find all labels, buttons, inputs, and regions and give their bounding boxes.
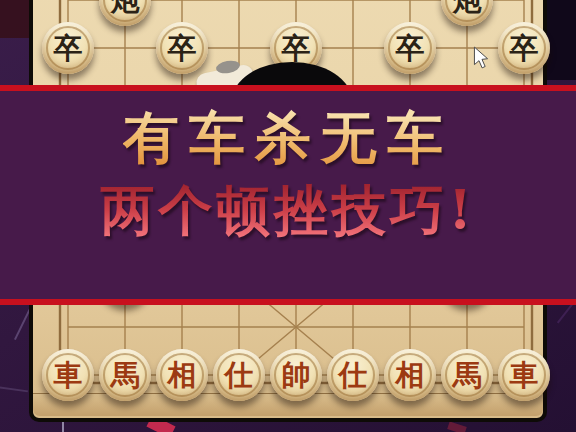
piece-glyph: 炮 [99, 0, 151, 26]
piece-glyph: 卒 [156, 22, 208, 74]
piece-black-cannon[interactable]: 炮 [441, 0, 493, 26]
piece-glyph: 卒 [42, 22, 94, 74]
piece-glyph: 車 [42, 349, 94, 401]
piece-glyph: 帥 [270, 349, 322, 401]
piece-glyph: 車 [498, 349, 550, 401]
piece-black-cannon[interactable]: 炮 [99, 0, 151, 26]
piece-black-soldier[interactable]: 卒 [498, 22, 550, 74]
app-screen: 車馬象士將士象馬車炮炮卒卒卒卒卒兵兵兵兵兵炮炮車馬相仕帥仕相馬車 有车杀无车 两… [0, 0, 576, 432]
piece-glyph: 仕 [213, 349, 265, 401]
piece-black-soldier[interactable]: 卒 [42, 22, 94, 74]
piece-glyph: 卒 [384, 22, 436, 74]
mouse-cursor-icon [471, 46, 491, 69]
piece-red-elephant[interactable]: 相 [384, 349, 436, 401]
piece-red-chariot[interactable]: 車 [498, 349, 550, 401]
banner-title-line2: 两个顿挫技巧! [100, 178, 476, 242]
piece-black-soldier[interactable]: 卒 [270, 22, 322, 74]
piece-red-general[interactable]: 帥 [270, 349, 322, 401]
piece-glyph: 卒 [270, 22, 322, 74]
piece-glyph: 炮 [441, 0, 493, 26]
piece-black-soldier[interactable]: 卒 [384, 22, 436, 74]
piece-glyph: 仕 [327, 349, 379, 401]
piece-glyph: 相 [384, 349, 436, 401]
piece-glyph: 相 [156, 349, 208, 401]
banner-title-line1: 有车杀无车 [123, 104, 453, 170]
piece-black-soldier[interactable]: 卒 [156, 22, 208, 74]
title-banner: 有车杀无车 两个顿挫技巧! [0, 85, 576, 305]
piece-glyph: 馬 [441, 349, 493, 401]
piece-red-chariot[interactable]: 車 [42, 349, 94, 401]
piece-red-horse[interactable]: 馬 [99, 349, 151, 401]
piece-red-advisor[interactable]: 仕 [213, 349, 265, 401]
piece-red-advisor[interactable]: 仕 [327, 349, 379, 401]
piece-red-elephant[interactable]: 相 [156, 349, 208, 401]
piece-glyph: 卒 [498, 22, 550, 74]
piece-glyph: 馬 [99, 349, 151, 401]
piece-red-horse[interactable]: 馬 [441, 349, 493, 401]
